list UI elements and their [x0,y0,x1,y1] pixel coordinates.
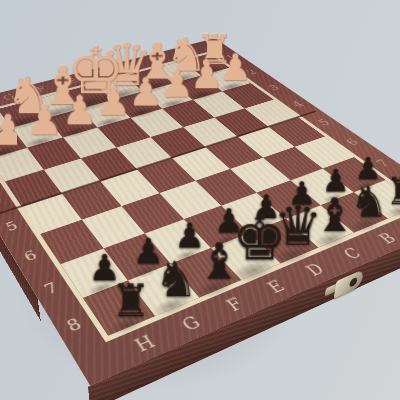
square-h2: ♟ [0,128,27,159]
square-d6 [196,169,257,206]
photo-background: 12345678 12345678 HGFEDCBA HGFEDCBA ♜♞♝♚… [0,0,400,400]
black-rook-h8: ♜ [110,278,150,323]
scene: 12345678 12345678 HGFEDCBA HGFEDCBA ♜♞♝♚… [0,0,400,400]
white-pawn-a2: ♟ [219,50,251,86]
white-pawn-c2: ♟ [160,66,194,103]
white-pawn-g2: ♟ [26,101,62,142]
white-pawn-f2: ♟ [61,91,97,131]
black-bishop-f8: ♝ [196,236,241,286]
chess-board: 12345678 12345678 HGFEDCBA HGFEDCBA ♜♞♝♚… [0,38,400,386]
black-knight-g8: ♞ [154,255,198,304]
white-pawn-e2: ♟ [95,82,130,121]
black-knight-b8: ♞ [350,181,388,224]
white-pawn-b2: ♟ [190,58,223,95]
white-pawn-d2: ♟ [128,74,162,112]
white-pawn-h2: ♟ [0,110,26,152]
